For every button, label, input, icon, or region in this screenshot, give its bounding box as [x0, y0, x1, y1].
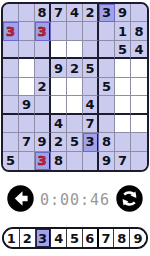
- restart-button[interactable]: [116, 186, 143, 213]
- cell-r9c7[interactable]: 9: [99, 152, 115, 170]
- cell-r4c2[interactable]: [19, 59, 35, 77]
- cell-r7c8[interactable]: [115, 115, 131, 133]
- cell-r5c5[interactable]: [67, 78, 83, 96]
- cell-r8c2[interactable]: 7: [19, 133, 35, 151]
- cell-r6c6[interactable]: 4: [83, 96, 99, 114]
- number-button-4[interactable]: 4: [51, 229, 67, 247]
- cell-r9c5[interactable]: [67, 152, 83, 170]
- cell-r8c3[interactable]: 9: [35, 133, 51, 151]
- cell-r1c7[interactable]: 3: [99, 4, 115, 22]
- number-button-9[interactable]: 9: [130, 229, 146, 247]
- cell-r4c8[interactable]: [115, 59, 131, 77]
- sudoku-app-screen: 87423933185492525944779253853897 0:00:46: [0, 0, 150, 256]
- back-arrow-icon: [7, 185, 34, 215]
- cell-r9c4[interactable]: 8: [51, 152, 67, 170]
- cell-r1c8[interactable]: 9: [115, 4, 131, 22]
- cell-r7c5[interactable]: [67, 115, 83, 133]
- number-button-8[interactable]: 8: [114, 229, 130, 247]
- cell-r3c6[interactable]: [83, 41, 99, 59]
- sudoku-board: 87423933185492525944779253853897: [1, 2, 149, 172]
- refresh-icon: [116, 185, 143, 215]
- cell-r6c1[interactable]: [3, 96, 19, 114]
- cell-r1c4[interactable]: 7: [51, 4, 67, 22]
- cell-r5c9[interactable]: [131, 78, 147, 96]
- cell-r4c5[interactable]: 2: [67, 59, 83, 77]
- cell-r4c9[interactable]: [131, 59, 147, 77]
- cell-r3c4[interactable]: [51, 41, 67, 59]
- game-timer: 0:00:46: [40, 191, 110, 209]
- cell-r8c1[interactable]: [3, 133, 19, 151]
- cell-r3c2[interactable]: [19, 41, 35, 59]
- number-selector-bar: 123456789: [2, 227, 148, 249]
- cell-r6c3[interactable]: [35, 96, 51, 114]
- cell-r1c5[interactable]: 4: [67, 4, 83, 22]
- cell-r2c4[interactable]: [51, 22, 67, 40]
- cell-r7c3[interactable]: [35, 115, 51, 133]
- cell-r7c9[interactable]: [131, 115, 147, 133]
- cell-r9c1[interactable]: 5: [3, 152, 19, 170]
- cell-r7c1[interactable]: [3, 115, 19, 133]
- number-button-2[interactable]: 2: [20, 229, 36, 247]
- number-button-6[interactable]: 6: [83, 229, 99, 247]
- cell-r3c8[interactable]: 5: [115, 41, 131, 59]
- cell-r9c2[interactable]: [19, 152, 35, 170]
- cell-r3c9[interactable]: 4: [131, 41, 147, 59]
- cell-r5c1[interactable]: [3, 78, 19, 96]
- cell-r4c4[interactable]: 9: [51, 59, 67, 77]
- cell-r6c4[interactable]: [51, 96, 67, 114]
- cell-r8c8[interactable]: [115, 133, 131, 151]
- cell-r9c9[interactable]: [131, 152, 147, 170]
- cell-r1c1[interactable]: [3, 4, 19, 22]
- cell-r9c8[interactable]: 7: [115, 152, 131, 170]
- cell-r8c7[interactable]: 8: [99, 133, 115, 151]
- cell-r1c2[interactable]: [19, 4, 35, 22]
- cell-r4c1[interactable]: [3, 59, 19, 77]
- cell-r5c7[interactable]: 5: [99, 78, 115, 96]
- cell-r6c7[interactable]: [99, 96, 115, 114]
- cell-r7c4[interactable]: 4: [51, 115, 67, 133]
- number-button-7[interactable]: 7: [99, 229, 115, 247]
- cell-r5c2[interactable]: [19, 78, 35, 96]
- cell-r1c3[interactable]: 8: [35, 4, 51, 22]
- cell-r5c8[interactable]: [115, 78, 131, 96]
- cell-r2c8[interactable]: 1: [115, 22, 131, 40]
- cell-r3c5[interactable]: [67, 41, 83, 59]
- cell-r2c7[interactable]: [99, 22, 115, 40]
- cell-r4c6[interactable]: 5: [83, 59, 99, 77]
- cell-r7c2[interactable]: [19, 115, 35, 133]
- cell-r2c6[interactable]: [83, 22, 99, 40]
- cell-r3c1[interactable]: [3, 41, 19, 59]
- cell-r3c7[interactable]: [99, 41, 115, 59]
- cell-r8c5[interactable]: 5: [67, 133, 83, 151]
- number-button-5[interactable]: 5: [67, 229, 83, 247]
- cell-r6c5[interactable]: [67, 96, 83, 114]
- cell-r2c9[interactable]: 8: [131, 22, 147, 40]
- cell-r1c6[interactable]: 2: [83, 4, 99, 22]
- cell-r4c7[interactable]: [99, 59, 115, 77]
- cell-r3c3[interactable]: [35, 41, 51, 59]
- cell-r7c7[interactable]: [99, 115, 115, 133]
- cell-r5c6[interactable]: [83, 78, 99, 96]
- number-button-1[interactable]: 1: [4, 229, 20, 247]
- cell-r2c2[interactable]: [19, 22, 35, 40]
- cell-r6c2[interactable]: 9: [19, 96, 35, 114]
- cell-r6c9[interactable]: [131, 96, 147, 114]
- cell-r2c3[interactable]: 3: [35, 22, 51, 40]
- cell-r4c3[interactable]: [35, 59, 51, 77]
- cell-r9c3[interactable]: 3: [35, 152, 51, 170]
- controls-row: 0:00:46: [0, 185, 150, 214]
- cell-r8c6[interactable]: 3: [83, 133, 99, 151]
- cell-r2c1[interactable]: 3: [3, 22, 19, 40]
- cell-r7c6[interactable]: 7: [83, 115, 99, 133]
- cell-r9c6[interactable]: [83, 152, 99, 170]
- cell-r1c9[interactable]: [131, 4, 147, 22]
- cell-r2c5[interactable]: [67, 22, 83, 40]
- cell-r8c4[interactable]: 2: [51, 133, 67, 151]
- back-button[interactable]: [7, 186, 34, 213]
- cell-r5c3[interactable]: 2: [35, 78, 51, 96]
- cell-r8c9[interactable]: [131, 133, 147, 151]
- cell-r5c4[interactable]: [51, 78, 67, 96]
- number-button-3[interactable]: 3: [36, 229, 52, 247]
- cell-r6c8[interactable]: [115, 96, 131, 114]
